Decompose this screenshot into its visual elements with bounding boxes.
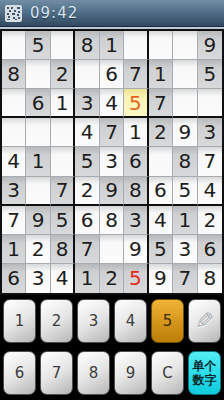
cell-r8c5[interactable] xyxy=(100,235,124,264)
cell-digit: 1 xyxy=(81,268,94,288)
cell-r7c9[interactable]: 2 xyxy=(198,206,222,235)
cell-r7c6[interactable]: 3 xyxy=(124,206,148,235)
cell-r1c2[interactable]: 5 xyxy=(26,31,50,60)
cell-digit: 3 xyxy=(32,268,45,288)
key-3[interactable]: 3 xyxy=(77,299,110,343)
cell-digit: 2 xyxy=(56,64,69,84)
cell-r9c1[interactable]: 6 xyxy=(2,264,26,293)
cell-digit: 7 xyxy=(154,93,167,113)
cell-r8c2[interactable]: 2 xyxy=(26,235,50,264)
cell-digit: 5 xyxy=(32,35,45,55)
cell-r8c3[interactable]: 8 xyxy=(51,235,75,264)
cell-r6c7[interactable]: 6 xyxy=(149,177,173,206)
cell-digit: 3 xyxy=(81,93,94,113)
cell-digit: 1 xyxy=(178,210,191,230)
cell-r7c2[interactable]: 9 xyxy=(26,206,50,235)
cell-r5c6[interactable]: 6 xyxy=(124,147,148,176)
key-9[interactable]: 9 xyxy=(114,351,147,395)
cell-r1c1[interactable] xyxy=(2,31,26,60)
key-5-active[interactable]: 5 xyxy=(151,299,184,343)
cell-digit: 8 xyxy=(129,180,142,200)
cell-r5c9[interactable]: 7 xyxy=(198,147,222,176)
cell-r7c5[interactable]: 8 xyxy=(100,206,124,235)
cell-digit: 3 xyxy=(203,122,216,142)
cell-digit: 2 xyxy=(32,239,45,259)
cell-digit: 7 xyxy=(203,151,216,171)
cell-r2c9[interactable]: 5 xyxy=(198,60,222,89)
cell-r8c8[interactable]: 3 xyxy=(173,235,197,264)
title-bar: 09:42 xyxy=(0,0,224,27)
cell-digit: 4 xyxy=(81,122,94,142)
cell-r2c1[interactable]: 8 xyxy=(2,60,26,89)
cell-r8c6[interactable]: 9 xyxy=(124,235,148,264)
cell-r1c6[interactable] xyxy=(124,31,148,60)
cell-digit: 5 xyxy=(129,268,142,288)
cell-digit: 5 xyxy=(154,239,167,259)
cell-r3c8[interactable] xyxy=(173,89,197,118)
cell-digit: 7 xyxy=(81,239,94,259)
cell-r7c7[interactable]: 4 xyxy=(149,206,173,235)
cell-digit: 1 xyxy=(7,239,20,259)
cell-digit: 6 xyxy=(203,239,216,259)
cell-digit: 9 xyxy=(105,180,118,200)
cell-digit: 4 xyxy=(154,210,167,230)
cell-r8c9[interactable]: 6 xyxy=(198,235,222,264)
cell-digit: 4 xyxy=(105,93,118,113)
cell-r6c5[interactable]: 9 xyxy=(100,177,124,206)
cell-r3c4[interactable]: 3 xyxy=(75,89,99,118)
cell-digit: 4 xyxy=(7,151,20,171)
cell-r2c4[interactable] xyxy=(75,60,99,89)
key-4[interactable]: 4 xyxy=(114,299,147,343)
cell-r4c6[interactable]: 1 xyxy=(124,118,148,147)
cell-r2c6[interactable]: 7 xyxy=(124,60,148,89)
cell-r6c3[interactable]: 7 xyxy=(51,177,75,206)
cell-digit: 9 xyxy=(203,35,216,55)
cell-digit: 5 xyxy=(56,210,69,230)
cell-digit: 4 xyxy=(203,180,216,200)
cell-digit: 7 xyxy=(178,268,191,288)
cell-r3c1[interactable] xyxy=(2,89,26,118)
sudoku-app: 09:42 5819826715613457471293415368737298… xyxy=(0,0,224,400)
cell-r7c8[interactable]: 1 xyxy=(173,206,197,235)
cell-r6c9[interactable]: 4 xyxy=(198,177,222,206)
cell-r6c8[interactable]: 5 xyxy=(173,177,197,206)
cell-digit: 1 xyxy=(105,35,118,55)
cell-digit: 9 xyxy=(32,210,45,230)
cell-r1c7[interactable] xyxy=(149,31,173,60)
cell-r5c4[interactable]: 5 xyxy=(75,147,99,176)
cell-r2c8[interactable] xyxy=(173,60,197,89)
cell-digit: 6 xyxy=(32,93,45,113)
cell-r9c2[interactable]: 3 xyxy=(26,264,50,293)
key-1[interactable]: 1 xyxy=(3,299,36,343)
cell-digit: 8 xyxy=(105,210,118,230)
cell-r5c2[interactable]: 1 xyxy=(26,147,50,176)
cell-digit: 9 xyxy=(129,239,142,259)
cell-r4c2[interactable] xyxy=(26,118,50,147)
cell-digit: 7 xyxy=(56,180,69,200)
key-6[interactable]: 6 xyxy=(3,351,36,395)
cell-r3c3[interactable]: 1 xyxy=(51,89,75,118)
cell-r4c9[interactable]: 3 xyxy=(198,118,222,147)
cell-digit: 7 xyxy=(7,210,20,230)
cell-digit: 3 xyxy=(105,151,118,171)
cell-r1c4[interactable]: 8 xyxy=(75,31,99,60)
cell-r5c8[interactable]: 8 xyxy=(173,147,197,176)
cell-r4c8[interactable]: 9 xyxy=(173,118,197,147)
cell-r9c4[interactable]: 1 xyxy=(75,264,99,293)
cell-r2c3[interactable]: 2 xyxy=(51,60,75,89)
cell-digit: 2 xyxy=(203,210,216,230)
cell-r9c5[interactable]: 2 xyxy=(100,264,124,293)
cell-r5c5[interactable]: 3 xyxy=(100,147,124,176)
key-8[interactable]: 8 xyxy=(77,351,110,395)
cell-digit: 8 xyxy=(56,239,69,259)
sudoku-grid: 5819826715613457471293415368737298654795… xyxy=(0,29,224,295)
cell-r1c5[interactable]: 1 xyxy=(100,31,124,60)
cell-digit: 4 xyxy=(56,268,69,288)
cell-digit: 1 xyxy=(32,151,45,171)
cell-r9c3[interactable]: 4 xyxy=(51,264,75,293)
cell-digit: 2 xyxy=(154,122,167,142)
cell-digit: 2 xyxy=(81,180,94,200)
cell-r4c1[interactable] xyxy=(2,118,26,147)
single-digit-mode-button[interactable]: 单个 数字 xyxy=(188,351,221,395)
cell-digit: 3 xyxy=(129,210,142,230)
cell-r9c8[interactable]: 7 xyxy=(173,264,197,293)
keypad: 1 2 3 4 5 ✎ 6 7 8 9 C 单个 数字 xyxy=(0,295,224,400)
cell-r1c3[interactable] xyxy=(51,31,75,60)
cell-r2c7[interactable]: 1 xyxy=(149,60,173,89)
cell-r8c4[interactable]: 7 xyxy=(75,235,99,264)
key-7[interactable]: 7 xyxy=(40,351,73,395)
key-2[interactable]: 2 xyxy=(40,299,73,343)
cell-r8c7[interactable]: 5 xyxy=(149,235,173,264)
pencil-button[interactable]: ✎ xyxy=(188,299,221,343)
cell-digit: 7 xyxy=(105,122,118,142)
cell-digit: 7 xyxy=(129,64,142,84)
cell-r3c9[interactable] xyxy=(198,89,222,118)
cell-r4c4[interactable]: 4 xyxy=(75,118,99,147)
cell-r3c5[interactable]: 4 xyxy=(100,89,124,118)
cell-r1c8[interactable] xyxy=(173,31,197,60)
pencil-icon: ✎ xyxy=(195,308,214,334)
cell-r6c6[interactable]: 8 xyxy=(124,177,148,206)
cell-digit: 5 xyxy=(129,93,142,113)
keypad-row-2: 6 7 8 9 C 单个 数字 xyxy=(2,351,222,395)
cell-r8c1[interactable]: 1 xyxy=(2,235,26,264)
cell-digit: 8 xyxy=(7,64,20,84)
cell-digit: 6 xyxy=(129,151,142,171)
cell-digit: 8 xyxy=(178,151,191,171)
cell-r5c1[interactable]: 4 xyxy=(2,147,26,176)
cell-digit: 8 xyxy=(81,35,94,55)
cell-r7c3[interactable]: 5 xyxy=(51,206,75,235)
cell-r3c7[interactable]: 7 xyxy=(149,89,173,118)
cell-r9c9[interactable]: 8 xyxy=(198,264,222,293)
cell-digit: 5 xyxy=(203,64,216,84)
cell-digit: 1 xyxy=(154,64,167,84)
elapsed-timer: 09:42 xyxy=(30,4,78,22)
cell-digit: 6 xyxy=(7,268,20,288)
cell-r5c7[interactable] xyxy=(149,147,173,176)
cell-r9c7[interactable]: 9 xyxy=(149,264,173,293)
cell-digit: 6 xyxy=(105,64,118,84)
cell-r2c2[interactable] xyxy=(26,60,50,89)
cell-digit: 6 xyxy=(154,180,167,200)
sudoku-app-icon xyxy=(5,5,22,22)
cell-r4c5[interactable]: 7 xyxy=(100,118,124,147)
cell-digit: 8 xyxy=(203,268,216,288)
cell-r6c1[interactable]: 3 xyxy=(2,177,26,206)
key-clear[interactable]: C xyxy=(151,351,184,395)
cell-digit: 5 xyxy=(81,151,94,171)
cell-r7c1[interactable]: 7 xyxy=(2,206,26,235)
cell-r3c6[interactable]: 5 xyxy=(124,89,148,118)
cell-digit: 1 xyxy=(56,93,69,113)
cell-r4c7[interactable]: 2 xyxy=(149,118,173,147)
cell-r5c3[interactable] xyxy=(51,147,75,176)
cell-digit: 3 xyxy=(178,239,191,259)
cell-digit: 9 xyxy=(178,122,191,142)
cell-r7c4[interactable]: 6 xyxy=(75,206,99,235)
cell-r2c5[interactable]: 6 xyxy=(100,60,124,89)
cell-digit: 6 xyxy=(81,210,94,230)
keypad-row-1: 1 2 3 4 5 ✎ xyxy=(2,299,222,343)
cell-r6c4[interactable]: 2 xyxy=(75,177,99,206)
cell-digit: 9 xyxy=(154,268,167,288)
cell-digit: 5 xyxy=(178,180,191,200)
cell-digit: 3 xyxy=(7,180,20,200)
cell-r4c3[interactable] xyxy=(51,118,75,147)
cell-r1c9[interactable]: 9 xyxy=(198,31,222,60)
cell-r9c6[interactable]: 5 xyxy=(124,264,148,293)
cell-r6c2[interactable] xyxy=(26,177,50,206)
cell-digit: 1 xyxy=(129,122,142,142)
cell-r3c2[interactable]: 6 xyxy=(26,89,50,118)
cell-digit: 2 xyxy=(105,268,118,288)
